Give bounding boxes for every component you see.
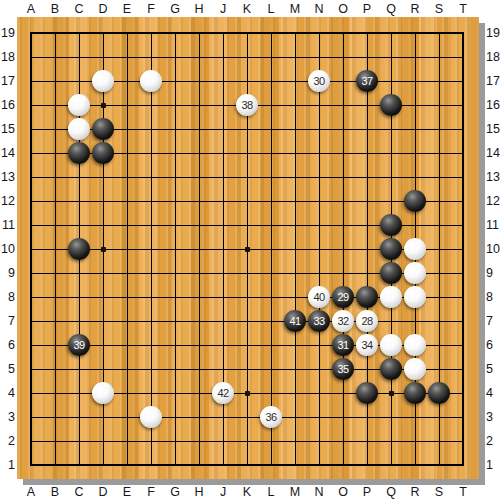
coord-bottom-D: D: [91, 484, 115, 500]
white-stone-D4: [92, 382, 114, 404]
coord-right-8: 8: [486, 289, 500, 305]
coord-top-R: R: [403, 1, 427, 17]
coord-right-19: 19: [486, 25, 500, 41]
coord-right-18: 18: [486, 49, 500, 65]
coord-top-D: D: [91, 1, 115, 17]
white-stone-P6-move-34: 34: [356, 334, 378, 356]
coord-left-6: 6: [1, 337, 15, 353]
black-stone-P4: [356, 382, 378, 404]
coord-left-5: 5: [1, 361, 15, 377]
move-number-label: 37: [361, 76, 372, 87]
coord-top-G: G: [163, 1, 187, 17]
black-stone-R12: [404, 190, 426, 212]
coord-bottom-C: C: [67, 484, 91, 500]
star-point-Q4: [389, 391, 394, 396]
coord-right-5: 5: [486, 361, 500, 377]
black-stone-P17-move-37: 37: [356, 70, 378, 92]
white-stone-K16-move-38: 38: [236, 94, 258, 116]
move-number-label: 39: [73, 340, 84, 351]
white-stone-R5: [404, 358, 426, 380]
coord-top-O: O: [331, 1, 355, 17]
coord-right-17: 17: [486, 73, 500, 89]
coord-top-M: M: [283, 1, 307, 17]
black-stone-Q10: [380, 238, 402, 260]
coord-left-12: 12: [1, 193, 15, 209]
coord-top-H: H: [187, 1, 211, 17]
coord-top-E: E: [115, 1, 139, 17]
coord-bottom-G: G: [163, 484, 187, 500]
white-stone-J4-move-42: 42: [212, 382, 234, 404]
white-stone-O7-move-32: 32: [332, 310, 354, 332]
coord-left-4: 4: [1, 385, 15, 401]
black-stone-N7-move-33: 33: [308, 310, 330, 332]
move-number-label: 32: [337, 316, 348, 327]
move-number-label: 28: [361, 316, 372, 327]
coord-right-12: 12: [486, 193, 500, 209]
black-stone-O6-move-31: 31: [332, 334, 354, 356]
black-stone-Q16: [380, 94, 402, 116]
coord-bottom-P: P: [355, 484, 379, 500]
coord-bottom-A: A: [19, 484, 43, 500]
move-number-label: 38: [241, 100, 252, 111]
move-number-label: 35: [337, 364, 348, 375]
black-stone-Q11: [380, 214, 402, 236]
coord-right-14: 14: [486, 145, 500, 161]
coord-bottom-K: K: [235, 484, 259, 500]
coord-left-15: 15: [1, 121, 15, 137]
white-stone-P7-move-28: 28: [356, 310, 378, 332]
white-stone-F3: [140, 406, 162, 428]
black-stone-C14: [68, 142, 90, 164]
coord-right-4: 4: [486, 385, 500, 401]
star-point-K4: [245, 391, 250, 396]
coord-right-16: 16: [486, 97, 500, 113]
coord-top-Q: Q: [379, 1, 403, 17]
move-number-label: 40: [313, 292, 324, 303]
black-stone-D14: [92, 142, 114, 164]
coord-left-3: 3: [1, 409, 15, 425]
coord-right-11: 11: [486, 217, 500, 233]
coord-left-2: 2: [1, 433, 15, 449]
white-stone-F17: [140, 70, 162, 92]
coord-bottom-O: O: [331, 484, 355, 500]
coord-bottom-B: B: [43, 484, 67, 500]
move-number-label: 31: [337, 340, 348, 351]
black-stone-O5-move-35: 35: [332, 358, 354, 380]
white-stone-D17: [92, 70, 114, 92]
coord-right-13: 13: [486, 169, 500, 185]
black-stone-C10: [68, 238, 90, 260]
coord-left-11: 11: [1, 217, 15, 233]
move-number-label: 33: [313, 316, 324, 327]
white-stone-N8-move-40: 40: [308, 286, 330, 308]
coord-top-B: B: [43, 1, 67, 17]
move-number-label: 36: [265, 412, 276, 423]
coord-bottom-H: H: [187, 484, 211, 500]
coord-top-L: L: [259, 1, 283, 17]
coord-left-13: 13: [1, 169, 15, 185]
coord-left-19: 19: [1, 25, 15, 41]
white-stone-L3-move-36: 36: [260, 406, 282, 428]
coord-left-14: 14: [1, 145, 15, 161]
coord-right-15: 15: [486, 121, 500, 137]
star-point-K10: [245, 247, 250, 252]
coord-top-P: P: [355, 1, 379, 17]
coord-top-F: F: [139, 1, 163, 17]
coord-right-1: 1: [486, 457, 500, 473]
black-stone-Q9: [380, 262, 402, 284]
black-stone-O8-move-29: 29: [332, 286, 354, 308]
move-number-label: 41: [289, 316, 300, 327]
coord-bottom-J: J: [211, 484, 235, 500]
black-stone-D15: [92, 118, 114, 140]
black-stone-C6-move-39: 39: [68, 334, 90, 356]
coord-right-9: 9: [486, 265, 500, 281]
coord-bottom-S: S: [427, 484, 451, 500]
coord-top-K: K: [235, 1, 259, 17]
coord-right-2: 2: [486, 433, 500, 449]
coord-top-S: S: [427, 1, 451, 17]
black-stone-P8: [356, 286, 378, 308]
coord-left-1: 1: [1, 457, 15, 473]
coord-left-10: 10: [1, 241, 15, 257]
white-stone-R6: [404, 334, 426, 356]
coord-top-C: C: [67, 1, 91, 17]
coord-left-8: 8: [1, 289, 15, 305]
coord-left-16: 16: [1, 97, 15, 113]
coord-top-J: J: [211, 1, 235, 17]
coord-bottom-R: R: [403, 484, 427, 500]
move-number-label: 29: [337, 292, 348, 303]
move-number-label: 34: [361, 340, 372, 351]
coord-bottom-F: F: [139, 484, 163, 500]
coord-bottom-L: L: [259, 484, 283, 500]
white-stone-Q6: [380, 334, 402, 356]
coord-bottom-N: N: [307, 484, 331, 500]
black-stone-S4: [428, 382, 450, 404]
coord-bottom-Q: Q: [379, 484, 403, 500]
coord-top-T: T: [451, 1, 475, 17]
move-number-label: 30: [313, 76, 324, 87]
coord-right-7: 7: [486, 313, 500, 329]
white-stone-C16: [68, 94, 90, 116]
coord-top-N: N: [307, 1, 331, 17]
white-stone-N17-move-30: 30: [308, 70, 330, 92]
coord-left-7: 7: [1, 313, 15, 329]
coord-left-18: 18: [1, 49, 15, 65]
white-stone-R10: [404, 238, 426, 260]
white-stone-R9: [404, 262, 426, 284]
black-stone-Q5: [380, 358, 402, 380]
star-point-D10: [101, 247, 106, 252]
coord-right-3: 3: [486, 409, 500, 425]
coord-top-A: A: [19, 1, 43, 17]
star-point-D16: [101, 103, 106, 108]
coord-left-17: 17: [1, 73, 15, 89]
white-stone-Q8: [380, 286, 402, 308]
white-stone-R8: [404, 286, 426, 308]
coord-bottom-M: M: [283, 484, 307, 500]
coord-right-6: 6: [486, 337, 500, 353]
black-stone-R4: [404, 382, 426, 404]
coord-right-10: 10: [486, 241, 500, 257]
coord-bottom-E: E: [115, 484, 139, 500]
black-stone-M7-move-41: 41: [284, 310, 306, 332]
coord-bottom-T: T: [451, 484, 475, 500]
move-number-label: 42: [217, 388, 228, 399]
coord-left-9: 9: [1, 265, 15, 281]
white-stone-C15: [68, 118, 90, 140]
go-board-diagram: ABCDEFGHJKLMNOPQRST ABCDEFGHJKLMNOPQRST …: [0, 0, 500, 500]
